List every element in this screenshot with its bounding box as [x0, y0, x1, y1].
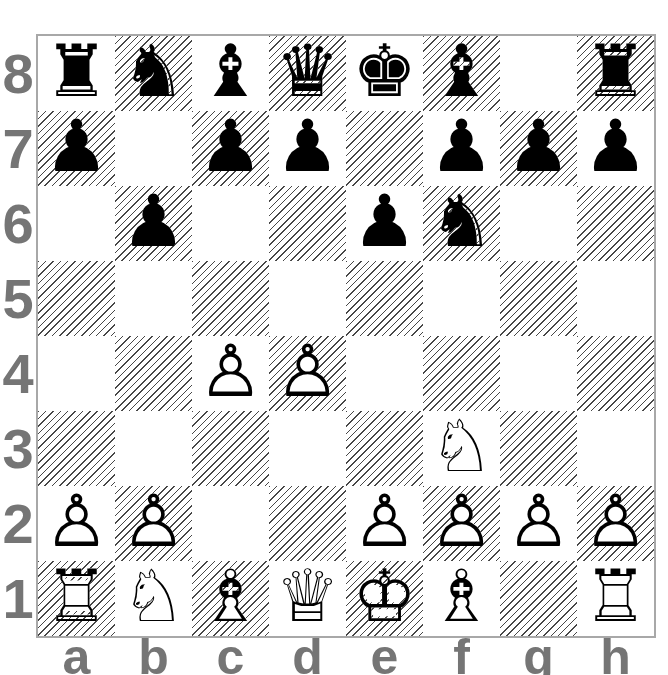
square-e3[interactable] — [346, 411, 423, 486]
square-f5[interactable] — [423, 261, 500, 336]
square-g5[interactable] — [500, 261, 577, 336]
square-c4[interactable]: ♟♙ — [192, 336, 269, 411]
square-g3[interactable] — [500, 411, 577, 486]
square-h5[interactable] — [577, 261, 654, 336]
square-a1[interactable]: ♜♖ — [38, 561, 115, 636]
square-e2[interactable]: ♟♙ — [346, 486, 423, 561]
piece-glyph: ♙ — [352, 485, 417, 557]
piece-glyph: ♘ — [121, 560, 186, 632]
piece-glyph: ♟ — [506, 110, 571, 182]
white-king-piece: ♚♔ — [346, 561, 423, 636]
square-f4[interactable] — [423, 336, 500, 411]
rank-label-5: 5 — [0, 261, 36, 336]
black-pawn-piece: ♟♟ — [423, 111, 500, 186]
chess-board: ♜♜♞♞♝♝♛♛♚♚♝♝♜♜♟♟♟♟♟♟♟♟♟♟♟♟♟♟♟♟♞♞♟♙♟♙♞♘♟♙… — [36, 34, 656, 638]
file-label-h: h — [577, 638, 654, 675]
square-g6[interactable] — [500, 186, 577, 261]
black-bishop-piece: ♝♝ — [192, 36, 269, 111]
square-a7[interactable]: ♟♟ — [38, 111, 115, 186]
piece-glyph: ♟ — [121, 185, 186, 257]
square-d2[interactable] — [269, 486, 346, 561]
square-c7[interactable]: ♟♟ — [192, 111, 269, 186]
piece-glyph: ♙ — [275, 335, 340, 407]
square-e1[interactable]: ♚♔ — [346, 561, 423, 636]
piece-glyph: ♝ — [198, 35, 263, 107]
file-label-a: a — [38, 638, 115, 675]
piece-glyph: ♙ — [506, 485, 571, 557]
piece-glyph: ♙ — [429, 485, 494, 557]
square-c1[interactable]: ♝♗ — [192, 561, 269, 636]
white-queen-piece: ♛♕ — [269, 561, 346, 636]
square-b6[interactable]: ♟♟ — [115, 186, 192, 261]
square-h6[interactable] — [577, 186, 654, 261]
piece-glyph: ♗ — [198, 560, 263, 632]
black-pawn-piece: ♟♟ — [38, 111, 115, 186]
piece-glyph: ♟ — [44, 110, 109, 182]
piece-glyph: ♟ — [352, 185, 417, 257]
rank-label-6: 6 — [0, 186, 36, 261]
square-d8[interactable]: ♛♛ — [269, 36, 346, 111]
square-b2[interactable]: ♟♙ — [115, 486, 192, 561]
black-pawn-piece: ♟♟ — [346, 186, 423, 261]
square-d6[interactable] — [269, 186, 346, 261]
piece-glyph: ♕ — [275, 560, 340, 632]
white-bishop-piece: ♝♗ — [423, 561, 500, 636]
square-g8[interactable] — [500, 36, 577, 111]
file-label-d: d — [269, 638, 346, 675]
square-d3[interactable] — [269, 411, 346, 486]
rank-labels: 87654321 — [0, 34, 36, 638]
file-label-b: b — [115, 638, 192, 675]
black-knight-piece: ♞♞ — [115, 36, 192, 111]
piece-glyph: ♙ — [44, 485, 109, 557]
square-f1[interactable]: ♝♗ — [423, 561, 500, 636]
white-pawn-piece: ♟♙ — [577, 486, 654, 561]
square-f6[interactable]: ♞♞ — [423, 186, 500, 261]
square-b7[interactable] — [115, 111, 192, 186]
black-pawn-piece: ♟♟ — [192, 111, 269, 186]
black-pawn-piece: ♟♟ — [500, 111, 577, 186]
rank-label-2: 2 — [0, 486, 36, 561]
white-pawn-piece: ♟♙ — [500, 486, 577, 561]
square-b1[interactable]: ♞♘ — [115, 561, 192, 636]
black-rook-piece: ♜♜ — [577, 36, 654, 111]
white-bishop-piece: ♝♗ — [192, 561, 269, 636]
chess-diagram: 87654321 ♜♜♞♞♝♝♛♛♚♚♝♝♜♜♟♟♟♟♟♟♟♟♟♟♟♟♟♟♟♟♞… — [0, 0, 668, 675]
file-label-f: f — [423, 638, 500, 675]
square-g1[interactable] — [500, 561, 577, 636]
square-a8[interactable]: ♜♜ — [38, 36, 115, 111]
square-b8[interactable]: ♞♞ — [115, 36, 192, 111]
black-king-piece: ♚♚ — [346, 36, 423, 111]
square-f3[interactable]: ♞♘ — [423, 411, 500, 486]
piece-glyph: ♟ — [275, 110, 340, 182]
piece-glyph: ♛ — [275, 35, 340, 107]
square-a6[interactable] — [38, 186, 115, 261]
rank-label-7: 7 — [0, 111, 36, 186]
square-e7[interactable] — [346, 111, 423, 186]
piece-glyph: ♟ — [429, 110, 494, 182]
square-b5[interactable] — [115, 261, 192, 336]
square-f8[interactable]: ♝♝ — [423, 36, 500, 111]
piece-glyph: ♞ — [121, 35, 186, 107]
square-d4[interactable]: ♟♙ — [269, 336, 346, 411]
piece-glyph: ♟ — [198, 110, 263, 182]
square-b3[interactable] — [115, 411, 192, 486]
piece-glyph: ♗ — [429, 560, 494, 632]
white-pawn-piece: ♟♙ — [38, 486, 115, 561]
black-pawn-piece: ♟♟ — [577, 111, 654, 186]
white-pawn-piece: ♟♙ — [115, 486, 192, 561]
square-g2[interactable]: ♟♙ — [500, 486, 577, 561]
square-c2[interactable] — [192, 486, 269, 561]
white-pawn-piece: ♟♙ — [269, 336, 346, 411]
square-g7[interactable]: ♟♟ — [500, 111, 577, 186]
square-h4[interactable] — [577, 336, 654, 411]
square-a3[interactable] — [38, 411, 115, 486]
rank-label-3: 3 — [0, 411, 36, 486]
file-labels: abcdefgh — [36, 638, 656, 675]
white-knight-piece: ♞♘ — [423, 411, 500, 486]
black-queen-piece: ♛♛ — [269, 36, 346, 111]
white-rook-piece: ♜♖ — [577, 561, 654, 636]
white-pawn-piece: ♟♙ — [423, 486, 500, 561]
square-d7[interactable]: ♟♟ — [269, 111, 346, 186]
square-f2[interactable]: ♟♙ — [423, 486, 500, 561]
black-rook-piece: ♜♜ — [38, 36, 115, 111]
square-d1[interactable]: ♛♕ — [269, 561, 346, 636]
square-a2[interactable]: ♟♙ — [38, 486, 115, 561]
square-h2[interactable]: ♟♙ — [577, 486, 654, 561]
square-a5[interactable] — [38, 261, 115, 336]
square-h8[interactable]: ♜♜ — [577, 36, 654, 111]
square-c6[interactable] — [192, 186, 269, 261]
rank-label-8: 8 — [0, 36, 36, 111]
piece-glyph: ♚ — [352, 35, 417, 107]
piece-glyph: ♙ — [121, 485, 186, 557]
square-e5[interactable] — [346, 261, 423, 336]
piece-glyph: ♝ — [429, 35, 494, 107]
square-e4[interactable] — [346, 336, 423, 411]
black-pawn-piece: ♟♟ — [115, 186, 192, 261]
piece-glyph: ♔ — [352, 560, 417, 632]
piece-glyph: ♞ — [429, 185, 494, 257]
rank-label-1: 1 — [0, 561, 36, 636]
square-c3[interactable] — [192, 411, 269, 486]
square-d5[interactable] — [269, 261, 346, 336]
piece-glyph: ♜ — [583, 35, 648, 107]
white-rook-piece: ♜♖ — [38, 561, 115, 636]
file-label-g: g — [500, 638, 577, 675]
black-bishop-piece: ♝♝ — [423, 36, 500, 111]
square-c8[interactable]: ♝♝ — [192, 36, 269, 111]
white-knight-piece: ♞♘ — [115, 561, 192, 636]
piece-glyph: ♙ — [583, 485, 648, 557]
black-pawn-piece: ♟♟ — [269, 111, 346, 186]
piece-glyph: ♖ — [44, 560, 109, 632]
square-h3[interactable] — [577, 411, 654, 486]
piece-glyph: ♖ — [583, 560, 648, 632]
piece-glyph: ♘ — [429, 410, 494, 482]
piece-glyph: ♜ — [44, 35, 109, 107]
white-pawn-piece: ♟♙ — [192, 336, 269, 411]
square-b4[interactable] — [115, 336, 192, 411]
square-e8[interactable]: ♚♚ — [346, 36, 423, 111]
square-e6[interactable]: ♟♟ — [346, 186, 423, 261]
square-f7[interactable]: ♟♟ — [423, 111, 500, 186]
square-g4[interactable] — [500, 336, 577, 411]
white-pawn-piece: ♟♙ — [346, 486, 423, 561]
square-h1[interactable]: ♜♖ — [577, 561, 654, 636]
file-label-e: e — [346, 638, 423, 675]
square-a4[interactable] — [38, 336, 115, 411]
rank-label-4: 4 — [0, 336, 36, 411]
file-label-c: c — [192, 638, 269, 675]
square-c5[interactable] — [192, 261, 269, 336]
piece-glyph: ♙ — [198, 335, 263, 407]
black-knight-piece: ♞♞ — [423, 186, 500, 261]
piece-glyph: ♟ — [583, 110, 648, 182]
square-h7[interactable]: ♟♟ — [577, 111, 654, 186]
